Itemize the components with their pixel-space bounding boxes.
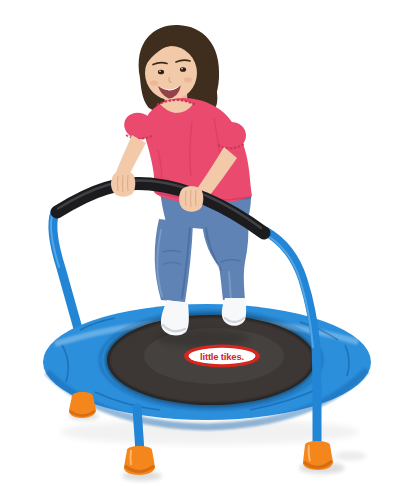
scene-canvas: little tikes. [0, 0, 407, 488]
left-cheek-blush [150, 80, 158, 85]
handlebar-left-leg [51, 212, 80, 336]
right-foot-shadow-smudge [334, 451, 366, 461]
product-photo: little tikes. [0, 0, 407, 488]
center-leg-tube [137, 408, 140, 452]
right-eye-glint [181, 68, 183, 70]
finger-line [196, 190, 197, 206]
jeans [155, 190, 251, 302]
finger-line [118, 176, 119, 191]
center-foot-highlight [131, 450, 132, 465]
logo-text: little tikes. [200, 351, 244, 362]
brand-logo: little tikes. [184, 345, 260, 368]
left-eye-glint [159, 70, 161, 72]
finger-line [186, 191, 187, 206]
right-hand [179, 186, 203, 212]
left-leg-tube [53, 212, 80, 336]
right-eye [180, 67, 186, 72]
left-eye [158, 70, 164, 75]
finger-line [128, 175, 129, 191]
finger-line [123, 175, 124, 192]
right-cheek-blush [184, 78, 192, 83]
finger-line [191, 190, 192, 207]
left-hand [111, 171, 135, 197]
